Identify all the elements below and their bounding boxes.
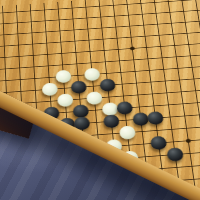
star-point: [185, 138, 190, 142]
stone-white[interactable]: [55, 69, 71, 83]
stone-black[interactable]: [102, 114, 119, 128]
stone-black[interactable]: [116, 101, 133, 115]
stone-white[interactable]: [86, 91, 103, 105]
stone-black[interactable]: [132, 112, 149, 126]
stone-white[interactable]: [57, 93, 73, 107]
go-game-photo: [0, 0, 200, 200]
stone-white[interactable]: [101, 102, 118, 116]
stone-black[interactable]: [146, 111, 163, 125]
stone-black[interactable]: [70, 80, 86, 94]
stone-white[interactable]: [118, 125, 135, 139]
star-point: [129, 46, 134, 50]
stone-black[interactable]: [72, 104, 89, 118]
stone-black[interactable]: [99, 78, 116, 92]
stone-white[interactable]: [41, 82, 57, 96]
stone-black[interactable]: [149, 135, 166, 150]
stone-white[interactable]: [84, 67, 100, 80]
